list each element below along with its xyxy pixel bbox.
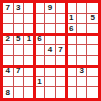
cell-r2c9[interactable]: 5: [87, 14, 98, 25]
cell-r5c5[interactable]: 4: [45, 45, 56, 56]
cell-r9c4[interactable]: [35, 87, 46, 98]
cell-r4c2[interactable]: 5: [14, 35, 25, 46]
cell-r5c8[interactable]: [77, 45, 88, 56]
cell-r8c8[interactable]: [77, 77, 88, 88]
cell-r8c4[interactable]: 1: [35, 77, 46, 88]
cell-r4c5[interactable]: [45, 35, 56, 46]
cell-r1c4[interactable]: [35, 3, 46, 14]
cell-r1c9[interactable]: [87, 3, 98, 14]
cell-r2c8[interactable]: [77, 14, 88, 25]
cell-r2c4[interactable]: [35, 14, 46, 25]
cell-r9c5[interactable]: [45, 87, 56, 98]
cell-r9c2[interactable]: [14, 87, 25, 98]
cell-r4c1[interactable]: 2: [3, 35, 14, 46]
cell-r2c2[interactable]: [14, 14, 25, 25]
cell-r1c8[interactable]: [77, 3, 88, 14]
sudoku-grid: 73915625164747318: [3, 3, 98, 98]
box-divider-vertical-1: [33, 3, 36, 98]
cell-r1c2[interactable]: 3: [14, 3, 25, 14]
cell-r4c8[interactable]: [77, 35, 88, 46]
cell-r5c9[interactable]: [87, 45, 98, 56]
cell-r4c4[interactable]: 6: [35, 35, 46, 46]
cell-r2c1[interactable]: [3, 14, 14, 25]
box-divider-vertical-2: [65, 3, 68, 98]
cell-r2c5[interactable]: [45, 14, 56, 25]
cell-r8c2[interactable]: [14, 77, 25, 88]
cell-r1c1[interactable]: 7: [3, 3, 14, 14]
cell-r8c5[interactable]: [45, 77, 56, 88]
cell-r9c1[interactable]: 8: [3, 87, 14, 98]
cell-r4c9[interactable]: [87, 35, 98, 46]
box-divider-horizontal-1: [3, 33, 98, 36]
sudoku-board: 73915625164747318: [0, 0, 101, 101]
cell-r9c9[interactable]: [87, 87, 98, 98]
cell-r5c2[interactable]: [14, 45, 25, 56]
cell-r8c1[interactable]: [3, 77, 14, 88]
cell-r8c9[interactable]: [87, 77, 98, 88]
cell-r5c1[interactable]: [3, 45, 14, 56]
cell-r9c8[interactable]: [77, 87, 88, 98]
cell-r5c4[interactable]: [35, 45, 46, 56]
cell-r1c5[interactable]: 9: [45, 3, 56, 14]
box-divider-horizontal-2: [3, 65, 98, 68]
